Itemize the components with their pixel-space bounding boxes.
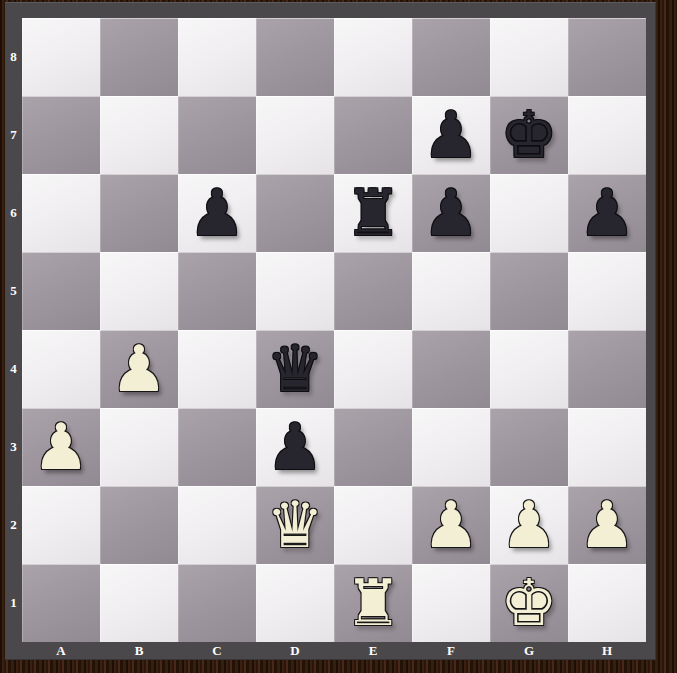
file-labels: ABCDEFGH (22, 642, 646, 660)
square-d8[interactable] (256, 18, 334, 96)
piece-black-queen[interactable]: ♛ (256, 330, 334, 408)
square-h5[interactable] (568, 252, 646, 330)
square-c6[interactable]: ♟ (178, 174, 256, 252)
piece-black-pawn[interactable]: ♟ (412, 96, 490, 174)
square-g1[interactable]: ♚ (490, 564, 568, 642)
piece-white-queen[interactable]: ♛ (256, 486, 334, 564)
rank-label: 2 (5, 486, 22, 564)
square-c1[interactable] (178, 564, 256, 642)
square-d5[interactable] (256, 252, 334, 330)
square-f6[interactable]: ♟ (412, 174, 490, 252)
square-a6[interactable] (22, 174, 100, 252)
square-h7[interactable] (568, 96, 646, 174)
square-c4[interactable] (178, 330, 256, 408)
piece-white-pawn[interactable]: ♟ (100, 330, 178, 408)
file-label: F (412, 642, 490, 660)
file-label: C (178, 642, 256, 660)
square-a1[interactable] (22, 564, 100, 642)
piece-black-king[interactable]: ♚ (490, 96, 568, 174)
file-label: G (490, 642, 568, 660)
square-g7[interactable]: ♚ (490, 96, 568, 174)
square-e5[interactable] (334, 252, 412, 330)
file-label: E (334, 642, 412, 660)
chess-board: ♟♚♟♜♟♟♟♛♟♟♛♟♟♟♜♚ (22, 18, 646, 642)
square-a8[interactable] (22, 18, 100, 96)
square-d2[interactable]: ♛ (256, 486, 334, 564)
square-c5[interactable] (178, 252, 256, 330)
square-c3[interactable] (178, 408, 256, 486)
square-f5[interactable] (412, 252, 490, 330)
square-b5[interactable] (100, 252, 178, 330)
square-e1[interactable]: ♜ (334, 564, 412, 642)
square-f3[interactable] (412, 408, 490, 486)
square-f7[interactable]: ♟ (412, 96, 490, 174)
rank-label: 7 (5, 96, 22, 174)
square-a4[interactable] (22, 330, 100, 408)
file-label: D (256, 642, 334, 660)
rank-label: 5 (5, 252, 22, 330)
rank-label: 3 (5, 408, 22, 486)
square-f2[interactable]: ♟ (412, 486, 490, 564)
square-d3[interactable]: ♟ (256, 408, 334, 486)
square-b4[interactable]: ♟ (100, 330, 178, 408)
square-d6[interactable] (256, 174, 334, 252)
square-h1[interactable] (568, 564, 646, 642)
piece-black-pawn[interactable]: ♟ (256, 408, 334, 486)
square-a2[interactable] (22, 486, 100, 564)
square-e4[interactable] (334, 330, 412, 408)
square-d7[interactable] (256, 96, 334, 174)
rank-label: 4 (5, 330, 22, 408)
file-label: A (22, 642, 100, 660)
square-h3[interactable] (568, 408, 646, 486)
square-e7[interactable] (334, 96, 412, 174)
piece-white-pawn[interactable]: ♟ (568, 486, 646, 564)
square-h2[interactable]: ♟ (568, 486, 646, 564)
square-b6[interactable] (100, 174, 178, 252)
square-c8[interactable] (178, 18, 256, 96)
square-h6[interactable]: ♟ (568, 174, 646, 252)
square-g8[interactable] (490, 18, 568, 96)
square-g6[interactable] (490, 174, 568, 252)
square-b7[interactable] (100, 96, 178, 174)
chessboard-app: 87654321 ABCDEFGH ♟♚♟♜♟♟♟♛♟♟♛♟♟♟♜♚ (0, 0, 677, 673)
piece-white-pawn[interactable]: ♟ (490, 486, 568, 564)
rank-label: 8 (5, 18, 22, 96)
square-h4[interactable] (568, 330, 646, 408)
file-label: B (100, 642, 178, 660)
piece-white-rook[interactable]: ♜ (334, 564, 412, 642)
square-g2[interactable]: ♟ (490, 486, 568, 564)
square-d1[interactable] (256, 564, 334, 642)
square-g3[interactable] (490, 408, 568, 486)
square-b1[interactable] (100, 564, 178, 642)
square-f8[interactable] (412, 18, 490, 96)
square-c7[interactable] (178, 96, 256, 174)
square-g4[interactable] (490, 330, 568, 408)
square-a5[interactable] (22, 252, 100, 330)
square-c2[interactable] (178, 486, 256, 564)
square-a7[interactable] (22, 96, 100, 174)
file-label: H (568, 642, 646, 660)
square-b8[interactable] (100, 18, 178, 96)
piece-black-pawn[interactable]: ♟ (178, 174, 256, 252)
square-f4[interactable] (412, 330, 490, 408)
square-e3[interactable] (334, 408, 412, 486)
rank-label: 6 (5, 174, 22, 252)
piece-black-pawn[interactable]: ♟ (412, 174, 490, 252)
square-f1[interactable] (412, 564, 490, 642)
square-e2[interactable] (334, 486, 412, 564)
piece-black-pawn[interactable]: ♟ (568, 174, 646, 252)
rank-label: 1 (5, 564, 22, 642)
piece-white-pawn[interactable]: ♟ (412, 486, 490, 564)
square-e6[interactable]: ♜ (334, 174, 412, 252)
square-g5[interactable] (490, 252, 568, 330)
board-frame: 87654321 ABCDEFGH ♟♚♟♜♟♟♟♛♟♟♛♟♟♟♜♚ (5, 2, 656, 660)
square-d4[interactable]: ♛ (256, 330, 334, 408)
square-b3[interactable] (100, 408, 178, 486)
rank-labels: 87654321 (5, 18, 22, 642)
piece-white-pawn[interactable]: ♟ (22, 408, 100, 486)
piece-black-rook[interactable]: ♜ (334, 174, 412, 252)
square-e8[interactable] (334, 18, 412, 96)
piece-white-king[interactable]: ♚ (490, 564, 568, 642)
square-h8[interactable] (568, 18, 646, 96)
square-b2[interactable] (100, 486, 178, 564)
square-a3[interactable]: ♟ (22, 408, 100, 486)
